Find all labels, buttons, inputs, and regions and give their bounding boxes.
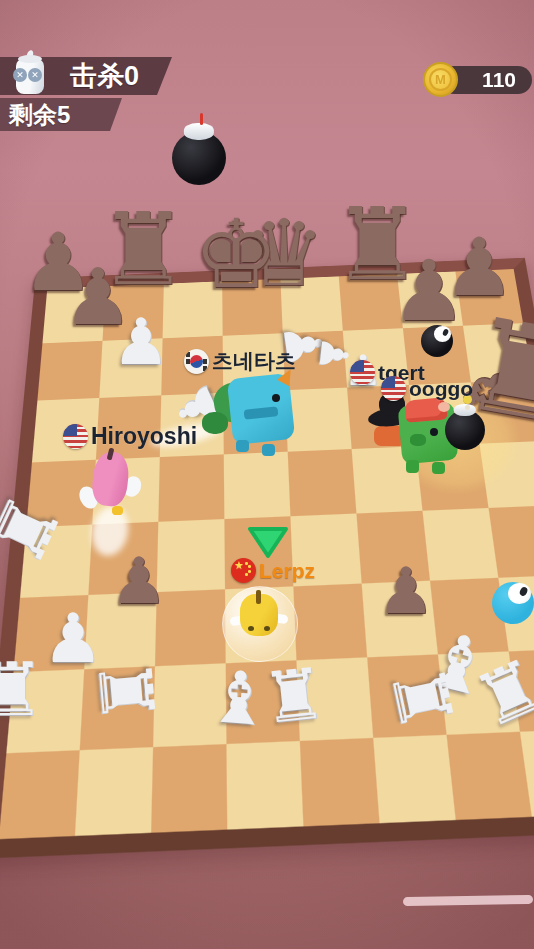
board-square — [153, 663, 226, 746]
board-square — [151, 743, 227, 832]
board-square — [75, 746, 153, 836]
board-square — [155, 589, 226, 667]
board-square — [13, 594, 88, 672]
dino-foot — [432, 462, 445, 474]
bird-foot — [112, 506, 123, 515]
dead-piece-icon: ✕ ✕ — [13, 52, 47, 96]
kills-label: 击杀 — [70, 58, 124, 94]
black-bomb — [172, 131, 226, 185]
board-square — [103, 284, 164, 341]
dino-foot — [236, 440, 249, 452]
x-eye-icon: ✕ — [13, 68, 27, 82]
down-arrow-icon — [247, 526, 289, 559]
board-square — [222, 279, 283, 336]
player-label-lerpz-self: Lerpz — [231, 558, 315, 583]
board-square — [0, 750, 80, 840]
coin-icon: M — [423, 62, 458, 97]
board-square — [293, 583, 367, 660]
dino-eye — [430, 428, 438, 436]
board-square — [226, 660, 300, 743]
duck-crest — [256, 590, 261, 604]
player-label-hiroyoshi: Hiroyoshi — [63, 423, 197, 450]
remaining-value: 5 — [57, 101, 70, 129]
board-square — [397, 272, 463, 328]
board-square — [339, 274, 403, 330]
character-blue-dino — [196, 368, 326, 468]
board-square — [367, 654, 446, 737]
game-viewport[interactable]: ♜♜♛♚♟♟♟♟♟♟♟♟♝♟♜♜♟♟♟♝♜♜♜♜♝♜ — [0, 0, 534, 949]
board-square — [6, 669, 84, 752]
board-square — [157, 519, 225, 592]
board-square — [280, 276, 342, 332]
china-flag-icon — [231, 558, 256, 583]
dino-spot — [410, 434, 426, 446]
board-square — [296, 657, 373, 740]
remaining-label: 剩余 — [9, 99, 57, 131]
duck-eye — [248, 626, 254, 631]
player-label-ooggo: ooggo — [381, 376, 473, 401]
board-square — [84, 592, 156, 670]
motion-trail — [88, 503, 132, 558]
board-square — [99, 338, 162, 398]
board-square — [226, 740, 303, 829]
character-pink-bird — [80, 448, 144, 558]
bomb-cap — [184, 123, 214, 139]
bomb-fuse — [200, 113, 203, 125]
dino-eye — [272, 394, 280, 402]
board-square — [362, 580, 438, 657]
dino-foot — [262, 444, 275, 456]
board-square — [430, 577, 509, 654]
remaining-banner: 剩余5 — [0, 98, 122, 131]
usa-flag-icon — [63, 424, 88, 449]
board-square — [163, 281, 223, 338]
player-name: Hiroyoshi — [91, 423, 197, 450]
character-player-duck — [222, 586, 300, 664]
player-name: ooggo — [409, 377, 473, 401]
board-square — [455, 269, 523, 325]
board-square — [356, 511, 429, 583]
board-square — [422, 508, 498, 580]
usa-flag-icon — [381, 376, 406, 401]
board-square — [80, 666, 155, 749]
bush-leaf — [202, 412, 228, 434]
duck-eye — [264, 626, 270, 631]
floor-highlight — [403, 895, 533, 906]
player-name: Lerpz — [259, 559, 315, 583]
watermelon-patch — [438, 402, 450, 412]
board-square — [446, 731, 531, 820]
coin-letter: M — [429, 68, 452, 91]
dino-foot — [406, 460, 419, 473]
board-square — [373, 734, 456, 823]
coin-count: 110 — [482, 68, 516, 92]
board-square — [300, 737, 380, 826]
board-square — [438, 651, 520, 734]
board-square — [42, 286, 105, 343]
player-name: 츠네타츠 — [212, 347, 296, 375]
character-green-dino — [398, 394, 464, 470]
x-eye-icon: ✕ — [28, 68, 42, 82]
player-label-chunetatsu: 츠네타츠 — [184, 347, 296, 375]
usa-flag-icon — [350, 360, 375, 385]
south-korea-flag-icon — [184, 349, 209, 374]
kills-value: 0 — [124, 61, 139, 92]
board-square — [37, 340, 102, 400]
